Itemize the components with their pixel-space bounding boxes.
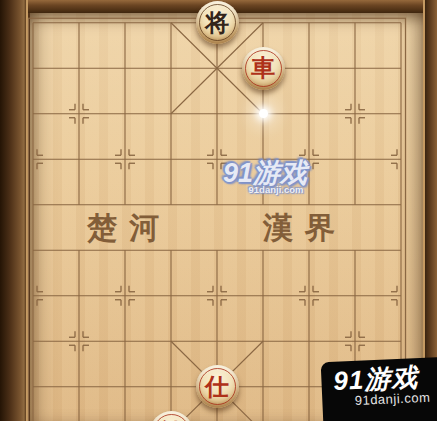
piece-black-general[interactable]: 将 (196, 1, 239, 44)
watermark-center-brand: 91游戏 (203, 159, 327, 187)
move-highlight-dot[interactable] (259, 109, 268, 118)
watermark-corner-badge: 91游戏 91danji.com (321, 357, 437, 421)
piece-red-chariot[interactable]: 車 (242, 47, 285, 90)
watermark-center-url: 91danji.com (203, 184, 327, 195)
piece-glyph: 仕 (205, 375, 229, 399)
piece-glyph: 車 (251, 56, 275, 80)
piece-red-advisor[interactable]: 仕 (196, 365, 239, 408)
piece-glyph: 将 (205, 11, 229, 35)
piece-red-general[interactable]: 帥 (150, 411, 193, 421)
xiangqi-app-screen: 楚河 漢界 将車仕帥 91游戏 91danji.com 91游戏 91danji… (0, 0, 437, 421)
watermark-center: 91游戏 91danji.com (203, 159, 327, 195)
board-intersections[interactable]: 将車仕帥 (10, 0, 424, 421)
